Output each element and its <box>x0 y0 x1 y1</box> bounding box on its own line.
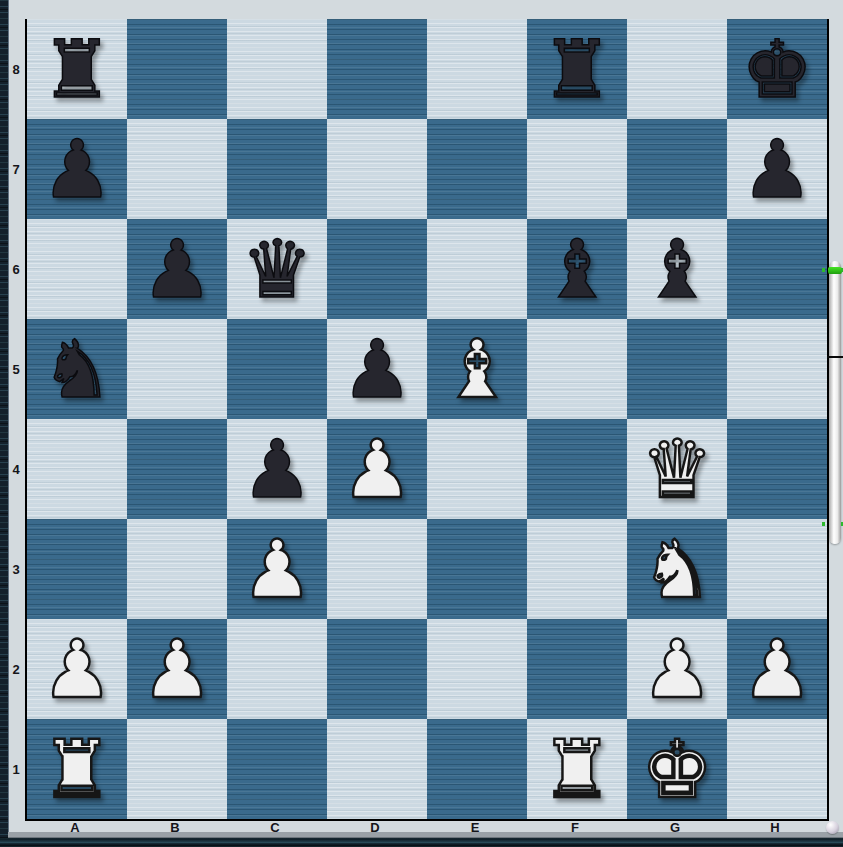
piece-black-pawn[interactable]: ♟ <box>27 119 127 219</box>
square-f4[interactable] <box>527 419 627 519</box>
square-a2[interactable]: ♟ <box>27 619 127 719</box>
square-e4[interactable] <box>427 419 527 519</box>
square-c2[interactable] <box>227 619 327 719</box>
piece-white-pawn[interactable]: ♟ <box>127 619 227 719</box>
square-g6[interactable]: ♝ <box>627 219 727 319</box>
piece-white-king[interactable]: ♚ <box>627 719 727 819</box>
slider-tick-icon <box>822 522 825 526</box>
window-frame-bottom <box>0 838 843 847</box>
rank-label-5: 5 <box>8 319 24 419</box>
rank-label-3: 3 <box>8 519 24 619</box>
square-b2[interactable]: ♟ <box>127 619 227 719</box>
square-g3[interactable]: ♞ <box>627 519 727 619</box>
piece-black-pawn[interactable]: ♟ <box>727 119 827 219</box>
square-a6[interactable] <box>27 219 127 319</box>
piece-white-pawn[interactable]: ♟ <box>227 519 327 619</box>
piece-black-knight[interactable]: ♞ <box>27 319 127 419</box>
side-slider-black-marker[interactable] <box>827 356 843 358</box>
square-b7[interactable] <box>127 119 227 219</box>
square-d7[interactable] <box>327 119 427 219</box>
square-a4[interactable] <box>27 419 127 519</box>
square-d5[interactable]: ♟ <box>327 319 427 419</box>
square-a1[interactable]: ♜ <box>27 719 127 819</box>
square-c3[interactable]: ♟ <box>227 519 327 619</box>
square-a7[interactable]: ♟ <box>27 119 127 219</box>
square-h5[interactable] <box>727 319 827 419</box>
piece-white-pawn[interactable]: ♟ <box>727 619 827 719</box>
square-e1[interactable] <box>427 719 527 819</box>
square-d6[interactable] <box>327 219 427 319</box>
square-f7[interactable] <box>527 119 627 219</box>
square-d8[interactable] <box>327 19 427 119</box>
square-e3[interactable] <box>427 519 527 619</box>
square-a8[interactable]: ♜ <box>27 19 127 119</box>
square-b8[interactable] <box>127 19 227 119</box>
piece-white-queen[interactable]: ♛ <box>627 419 727 519</box>
corner-ball-icon <box>826 821 839 834</box>
square-f3[interactable] <box>527 519 627 619</box>
piece-black-pawn[interactable]: ♟ <box>327 319 427 419</box>
square-g4[interactable]: ♛ <box>627 419 727 519</box>
square-c8[interactable] <box>227 19 327 119</box>
square-g7[interactable] <box>627 119 727 219</box>
rank-label-6: 6 <box>8 219 24 319</box>
piece-black-bishop[interactable]: ♝ <box>527 219 627 319</box>
square-c1[interactable] <box>227 719 327 819</box>
square-c4[interactable]: ♟ <box>227 419 327 519</box>
piece-white-rook[interactable]: ♜ <box>27 719 127 819</box>
board[interactable]: ♜♜♚♟♟♟♛♝♝♞♟♝♟♟♛♟♞♟♟♟♟♜♜♚ <box>25 19 829 821</box>
square-b5[interactable] <box>127 319 227 419</box>
square-h1[interactable] <box>727 719 827 819</box>
square-h7[interactable]: ♟ <box>727 119 827 219</box>
square-d1[interactable] <box>327 719 427 819</box>
piece-black-pawn[interactable]: ♟ <box>127 219 227 319</box>
square-e7[interactable] <box>427 119 527 219</box>
square-c6[interactable]: ♛ <box>227 219 327 319</box>
square-f2[interactable] <box>527 619 627 719</box>
piece-white-knight[interactable]: ♞ <box>627 519 727 619</box>
piece-black-king[interactable]: ♚ <box>727 19 827 119</box>
square-c7[interactable] <box>227 119 327 219</box>
square-e8[interactable] <box>427 19 527 119</box>
square-h6[interactable] <box>727 219 827 319</box>
piece-white-rook[interactable]: ♜ <box>527 719 627 819</box>
slider-tick-icon <box>822 268 825 272</box>
square-g1[interactable]: ♚ <box>627 719 727 819</box>
piece-black-queen[interactable]: ♛ <box>227 219 327 319</box>
square-f1[interactable]: ♜ <box>527 719 627 819</box>
square-d4[interactable]: ♟ <box>327 419 427 519</box>
piece-white-pawn[interactable]: ♟ <box>327 419 427 519</box>
piece-white-pawn[interactable]: ♟ <box>27 619 127 719</box>
square-e6[interactable] <box>427 219 527 319</box>
square-b4[interactable] <box>127 419 227 519</box>
square-f5[interactable] <box>527 319 627 419</box>
square-b6[interactable]: ♟ <box>127 219 227 319</box>
square-g5[interactable] <box>627 319 727 419</box>
piece-white-bishop[interactable]: ♝ <box>427 319 527 419</box>
square-f6[interactable]: ♝ <box>527 219 627 319</box>
square-c5[interactable] <box>227 319 327 419</box>
rank-label-1: 1 <box>8 719 24 819</box>
rank-label-2: 2 <box>8 619 24 719</box>
piece-white-pawn[interactable]: ♟ <box>627 619 727 719</box>
piece-black-pawn[interactable]: ♟ <box>227 419 327 519</box>
rank-label-7: 7 <box>8 119 24 219</box>
square-b1[interactable] <box>127 719 227 819</box>
square-d3[interactable] <box>327 519 427 619</box>
piece-black-rook[interactable]: ♜ <box>27 19 127 119</box>
square-f8[interactable]: ♜ <box>527 19 627 119</box>
square-d2[interactable] <box>327 619 427 719</box>
square-a5[interactable]: ♞ <box>27 319 127 419</box>
rank-label-4: 4 <box>8 419 24 519</box>
square-b3[interactable] <box>127 519 227 619</box>
square-h3[interactable] <box>727 519 827 619</box>
side-slider-track[interactable] <box>829 261 841 544</box>
piece-black-bishop[interactable]: ♝ <box>627 219 727 319</box>
rank-labels: 87654321 <box>8 19 24 819</box>
square-g2[interactable]: ♟ <box>627 619 727 719</box>
side-slider-green-marker[interactable] <box>828 267 842 274</box>
square-h2[interactable]: ♟ <box>727 619 827 719</box>
square-a3[interactable] <box>27 519 127 619</box>
square-h4[interactable] <box>727 419 827 519</box>
square-g8[interactable] <box>627 19 727 119</box>
square-h8[interactable]: ♚ <box>727 19 827 119</box>
square-e5[interactable]: ♝ <box>427 319 527 419</box>
square-e2[interactable] <box>427 619 527 719</box>
piece-black-rook[interactable]: ♜ <box>527 19 627 119</box>
rank-label-8: 8 <box>8 19 24 119</box>
